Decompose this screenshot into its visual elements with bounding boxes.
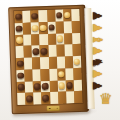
side-rack-piece-light-pawn[interactable]: ♟ <box>91 46 103 57</box>
magnetic-piece-knob-dark[interactable] <box>42 83 49 90</box>
board-square[interactable] <box>73 56 82 68</box>
magnetic-piece-knob-dark[interactable] <box>26 95 33 102</box>
magnetic-piece-knob-dark[interactable] <box>18 84 25 91</box>
board-square[interactable] <box>74 91 83 103</box>
magnetic-piece-knob-dark[interactable] <box>17 61 24 68</box>
board-square[interactable] <box>72 44 81 56</box>
board-square[interactable] <box>73 68 82 80</box>
magnetic-piece-knob-dark[interactable] <box>48 24 55 31</box>
magnetic-piece-knob-light[interactable] <box>58 71 65 78</box>
board-square[interactable] <box>71 9 80 21</box>
magnetic-piece-knob-dark[interactable] <box>42 95 49 102</box>
side-rack-piece-light-pawn[interactable]: ♟ <box>91 23 103 34</box>
magnetic-piece-knob-light[interactable] <box>40 24 47 31</box>
chess-set-photo: ♟♟♝♟♞♟♟♛ <box>0 0 120 120</box>
magnetic-piece-knob-light[interactable] <box>32 25 39 32</box>
magnetic-piece-knob-light[interactable] <box>57 36 64 43</box>
magnetic-piece-knob-dark[interactable] <box>66 82 73 89</box>
magnetic-piece-knob-light[interactable] <box>58 83 65 90</box>
side-rack-piece-dark-pawn[interactable]: ♟ <box>91 11 103 22</box>
magnetic-piece-knob-dark[interactable] <box>17 72 24 79</box>
board-square[interactable] <box>72 32 81 44</box>
chess-board <box>14 9 82 105</box>
magnetic-piece-knob-dark[interactable] <box>33 48 40 55</box>
magnetic-piece-knob-dark[interactable] <box>34 83 41 90</box>
magnetic-piece-knob-dark[interactable] <box>16 25 23 32</box>
board-square[interactable] <box>74 79 83 91</box>
brass-hinge <box>47 106 60 111</box>
chess-board-front <box>8 5 89 115</box>
magnetic-piece-knob-light[interactable] <box>64 12 71 19</box>
side-rack-piece-light-queen[interactable]: ♛ <box>99 92 112 107</box>
magnetic-piece-knob-dark[interactable] <box>56 12 63 19</box>
magnetic-piece-knob-dark[interactable] <box>41 48 48 55</box>
board-square[interactable] <box>72 21 81 33</box>
side-rack-piece-light-bishop[interactable]: ♝ <box>91 34 104 46</box>
magnetic-piece-knob-light[interactable] <box>16 37 23 44</box>
magnetic-piece-knob-light[interactable] <box>74 59 81 66</box>
magnetic-piece-knob-dark[interactable] <box>15 14 22 21</box>
magnetic-piece-knob-dark[interactable] <box>31 13 38 20</box>
